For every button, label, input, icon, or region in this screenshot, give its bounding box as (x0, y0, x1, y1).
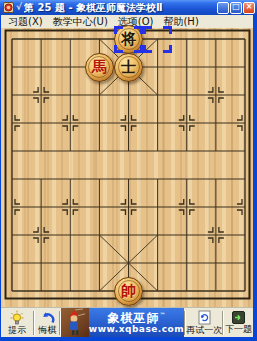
brand-name: 象棋巫師 (108, 311, 160, 325)
hint-label: 提示 (8, 326, 26, 335)
window-title: 第 25 题 - 象棋巫师魔法学校Ⅱ (24, 3, 217, 13)
piece-e1[interactable]: 帥 (114, 277, 143, 306)
retry-label: 再试一次 (186, 326, 222, 335)
maximize-button[interactable]: □ (230, 2, 242, 14)
brand-banner: 象棋巫師™ www.xqbase.com (89, 308, 184, 337)
retry-page-icon (198, 310, 211, 325)
piece-e9[interactable]: 士 (114, 53, 143, 82)
piece-d9[interactable]: 馬 (85, 53, 114, 82)
close-button[interactable]: × (243, 2, 255, 14)
xqbase-logo[interactable]: 象棋巫師™ www.xqbase.com (61, 308, 184, 337)
undo-move-button[interactable]: 悔棋 (35, 308, 58, 337)
trademark: ™ (160, 311, 166, 318)
undo-arrow-icon (40, 311, 55, 325)
board-grid: 将馬士帥 (0, 25, 257, 305)
app-icon (3, 2, 14, 13)
lightbulb-icon (10, 310, 24, 325)
xiangqi-board[interactable]: 将馬士帥 (1, 28, 253, 307)
wizard-puppet-icon (61, 308, 89, 337)
title-bar[interactable]: √ 第 25 题 - 象棋巫师魔法学校Ⅱ _ □ × (0, 0, 257, 15)
hint-button[interactable]: 提示 (1, 308, 33, 337)
last-move-marker (114, 26, 143, 53)
next-arrow-icon (232, 311, 245, 324)
undo-label: 悔棋 (38, 326, 56, 335)
last-move-marker (143, 26, 172, 53)
next-label: 下一题 (225, 325, 252, 334)
bottom-toolbar: 提示 悔棋 (1, 307, 253, 337)
app-window: √ 第 25 题 - 象棋巫师魔法学校Ⅱ _ □ × 习题(X) 教学中心(U)… (0, 0, 257, 341)
next-problem-button[interactable]: 下一题 (224, 308, 253, 337)
retry-button[interactable]: 再试一次 (186, 308, 222, 337)
solved-check-icon: √ (16, 3, 22, 12)
brand-url: www.xqbase.com (89, 325, 184, 334)
minimize-button[interactable]: _ (217, 2, 229, 14)
